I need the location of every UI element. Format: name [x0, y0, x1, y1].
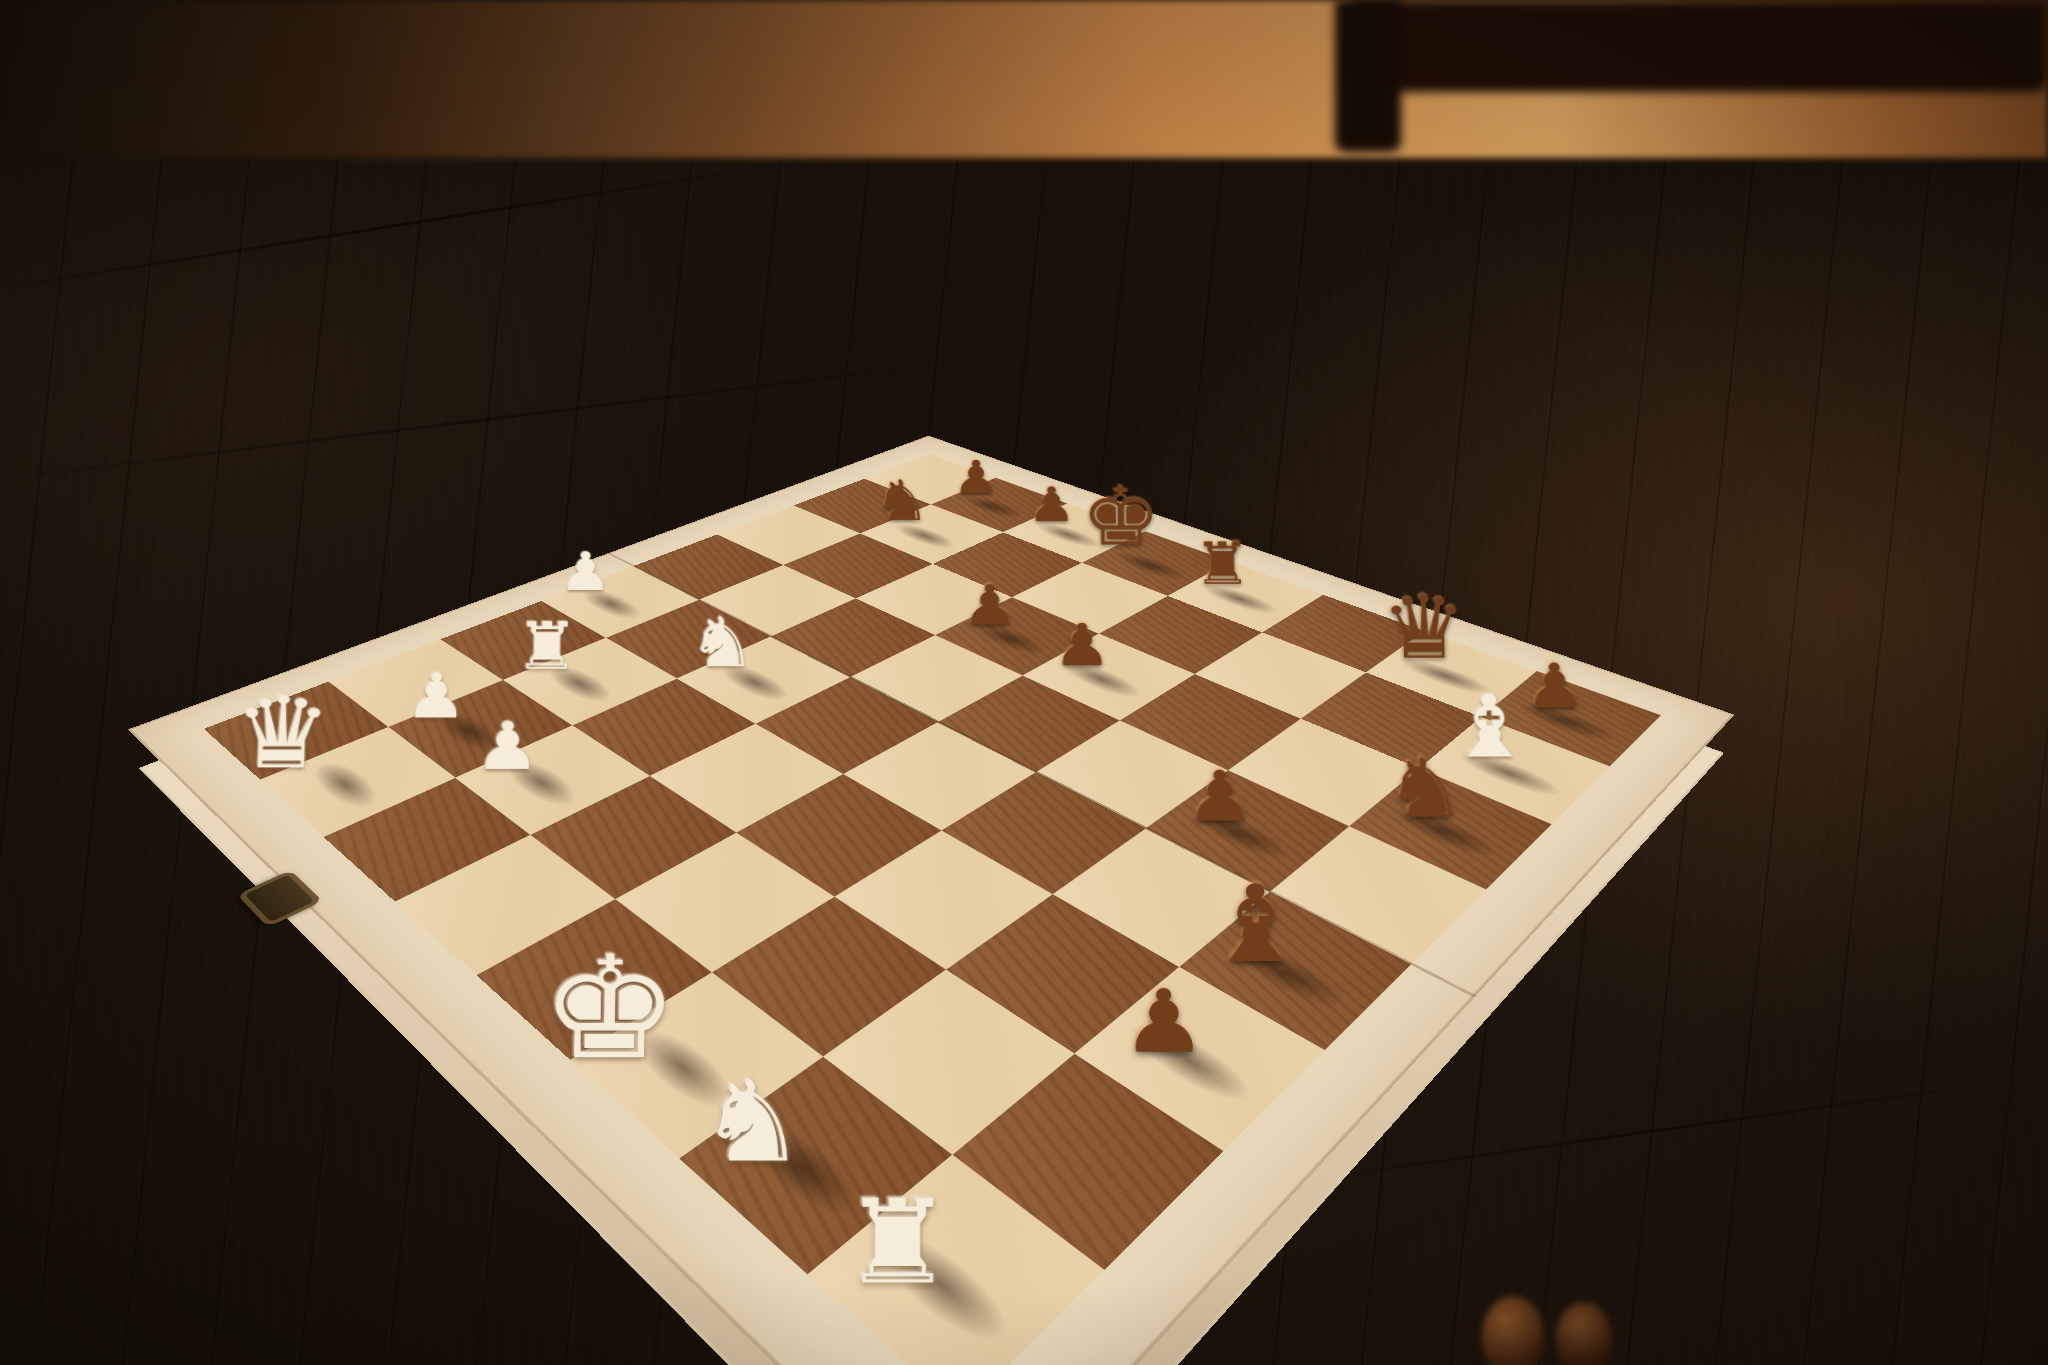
piece-white-rook[interactable]: ♜	[514, 614, 580, 679]
square-b8[interactable]: ♟	[931, 478, 1068, 532]
piece-dark-pawn[interactable]: ♟	[1524, 655, 1587, 716]
piece-dark-pawn[interactable]: ♟	[1028, 481, 1076, 529]
piece-shadow	[538, 661, 622, 707]
piece-shadow	[1108, 549, 1192, 583]
square-a4[interactable]: ♟	[542, 566, 699, 638]
piece-shadow	[1029, 520, 1108, 551]
square-a6[interactable]	[717, 505, 860, 565]
square-f8[interactable]	[1262, 595, 1425, 673]
square-b4[interactable]	[606, 600, 771, 679]
piece-shadow	[965, 618, 1054, 659]
piece-dark-king[interactable]: ♚	[1081, 477, 1162, 557]
square-e6[interactable]: ♟	[1023, 634, 1195, 721]
piece-white-rook[interactable]: ♜	[841, 1184, 954, 1300]
square-b5[interactable]	[699, 565, 856, 636]
square-c5[interactable]	[771, 598, 935, 677]
square-c6[interactable]	[856, 564, 1012, 635]
square-b6[interactable]	[783, 533, 932, 598]
chess-photo-scene: { "game": { "type": "chess", "presentati…	[0, 0, 2048, 1365]
piece-dark-pawn[interactable]: ♟	[953, 455, 999, 501]
piece-shadow	[573, 586, 649, 624]
square-e7[interactable]	[1099, 596, 1262, 674]
square-b7[interactable]: ♞	[860, 504, 1003, 563]
square-a8[interactable]	[864, 454, 995, 504]
piece-dark-rook[interactable]: ♜	[1193, 535, 1252, 593]
square-e8[interactable]: ♜	[1168, 562, 1323, 633]
piece-white-pawn[interactable]: ♟	[474, 713, 541, 779]
square-d6[interactable]: ♟	[935, 597, 1099, 675]
piece-shadow	[956, 493, 1030, 522]
background-dark-furniture	[1352, 0, 2048, 92]
piece-dark-pawn[interactable]: ♟	[962, 578, 1017, 633]
piece-white-queen[interactable]: ♛	[232, 683, 333, 782]
piece-shadow	[887, 521, 963, 552]
square-c8[interactable]: ♟	[1003, 504, 1145, 563]
piece-dark-pawn[interactable]: ♟	[1121, 978, 1207, 1065]
piece-shadow	[1054, 657, 1150, 703]
square-d7[interactable]	[1012, 563, 1168, 634]
square-a5[interactable]	[633, 534, 783, 599]
chess-board-3d: ♟♟♚♜♛♟♞♝♟♟♞♟♟♞♝♜♟♟♟♛♚♞♜	[444, 228, 1432, 1216]
square-c4[interactable]: ♞	[677, 636, 850, 723]
square-f7[interactable]	[1195, 632, 1366, 718]
piece-dark-bishop[interactable]: ♝	[1203, 871, 1309, 978]
piece-dark-queen[interactable]: ♛	[1380, 584, 1469, 671]
square-a7[interactable]	[794, 479, 931, 534]
piece-white-king[interactable]: ♚	[539, 938, 680, 1080]
piece-dark-knight[interactable]: ♞	[874, 473, 930, 529]
square-d5[interactable]	[850, 635, 1023, 722]
piece-white-pawn[interactable]: ♟	[405, 665, 468, 727]
piece-shadow	[1195, 581, 1285, 618]
piece-white-knight[interactable]: ♞	[688, 608, 757, 677]
square-c7[interactable]	[933, 532, 1082, 597]
background-furniture-leg	[1335, 0, 1401, 152]
square-d8[interactable]: ♚	[1082, 531, 1231, 596]
piece-dark-pawn[interactable]: ♟	[1185, 761, 1255, 831]
piece-white-pawn[interactable]: ♟	[559, 545, 612, 598]
piece-dark-knight[interactable]: ♞	[1384, 748, 1467, 830]
piece-shadow	[711, 660, 799, 706]
square-e5[interactable]	[938, 676, 1120, 773]
piece-dark-pawn[interactable]: ♟	[1053, 616, 1111, 674]
piece-white-knight[interactable]: ♞	[697, 1066, 808, 1179]
